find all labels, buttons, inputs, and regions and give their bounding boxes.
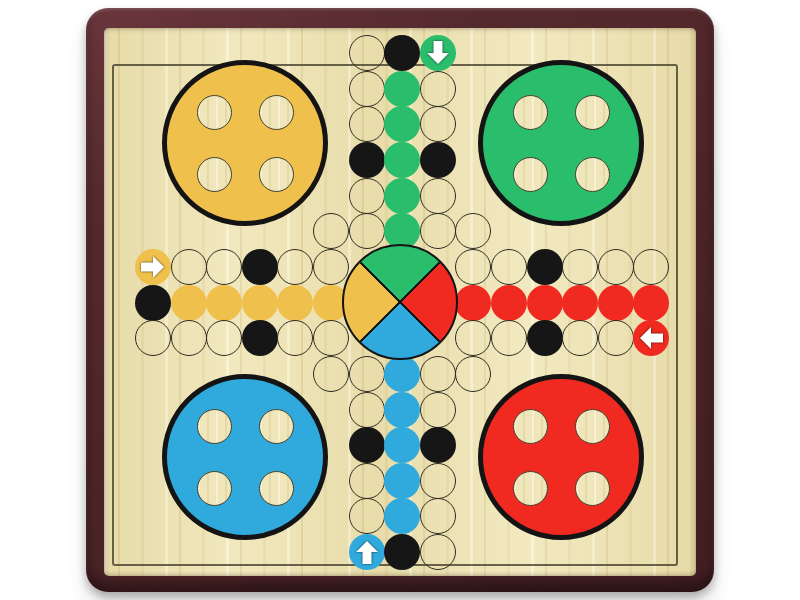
red-piece-c13-r8[interactable] bbox=[562, 285, 598, 321]
empty-cell-c9-r13[interactable] bbox=[420, 463, 456, 499]
empty-cell-c13-r7[interactable] bbox=[562, 249, 598, 285]
start-arrow-cell-c7-r15[interactable] bbox=[349, 534, 385, 570]
blue-home-slot[interactable] bbox=[259, 471, 294, 506]
blue-piece-c8-r13[interactable] bbox=[384, 463, 420, 499]
arrow-shape bbox=[356, 541, 378, 564]
yellow-home-slot[interactable] bbox=[259, 157, 294, 192]
empty-cell-c9-r5[interactable] bbox=[420, 178, 456, 214]
red-home-slot[interactable] bbox=[513, 471, 548, 506]
center-divider-x-icon bbox=[344, 246, 456, 358]
red-piece-c11-r8[interactable] bbox=[491, 285, 527, 321]
empty-cell-c9-r15[interactable] bbox=[420, 534, 456, 570]
empty-cell-c3-r7[interactable] bbox=[206, 249, 242, 285]
empty-cell-c11-r7[interactable] bbox=[491, 249, 527, 285]
empty-cell-c7-r13[interactable] bbox=[349, 463, 385, 499]
empty-cell-c9-r11[interactable] bbox=[420, 392, 456, 428]
empty-cell-c7-r5[interactable] bbox=[349, 178, 385, 214]
right-arrow-icon bbox=[135, 249, 171, 285]
arrow-shape bbox=[640, 327, 663, 349]
blue-piece-c8-r10[interactable] bbox=[384, 356, 420, 392]
black-piece-c4-r9[interactable] bbox=[242, 320, 278, 356]
empty-cell-c9-r6[interactable] bbox=[420, 213, 456, 249]
red-home-slot[interactable] bbox=[575, 471, 610, 506]
green-home-slot[interactable] bbox=[575, 95, 610, 130]
center-home-circle bbox=[342, 244, 458, 360]
blue-piece-c8-r11[interactable] bbox=[384, 392, 420, 428]
green-home-slot[interactable] bbox=[575, 157, 610, 192]
arrow-shape bbox=[427, 42, 449, 65]
empty-cell-c6-r7[interactable] bbox=[313, 249, 349, 285]
empty-cell-c10-r10[interactable] bbox=[455, 356, 491, 392]
empty-cell-c7-r1[interactable] bbox=[349, 35, 385, 71]
left-arrow-icon bbox=[633, 320, 669, 356]
up-arrow-icon bbox=[349, 534, 385, 570]
empty-cell-c7-r3[interactable] bbox=[349, 106, 385, 142]
red-home-slot[interactable] bbox=[575, 409, 610, 444]
green-home-base[interactable] bbox=[478, 60, 644, 226]
start-arrow-cell-c1-r7[interactable] bbox=[135, 249, 171, 285]
blue-home-slot[interactable] bbox=[197, 471, 232, 506]
empty-cell-c7-r14[interactable] bbox=[349, 498, 385, 534]
black-piece-c4-r7[interactable] bbox=[242, 249, 278, 285]
red-piece-c12-r8[interactable] bbox=[527, 285, 563, 321]
red-home-slot[interactable] bbox=[513, 409, 548, 444]
empty-cell-c14-r9[interactable] bbox=[598, 320, 634, 356]
empty-cell-c9-r2[interactable] bbox=[420, 71, 456, 107]
empty-cell-c9-r14[interactable] bbox=[420, 498, 456, 534]
green-home-slot[interactable] bbox=[513, 157, 548, 192]
empty-cell-c1-r9[interactable] bbox=[135, 320, 171, 356]
black-piece-c9-r12[interactable] bbox=[420, 427, 456, 463]
green-piece-c8-r4[interactable] bbox=[384, 142, 420, 178]
green-piece-c8-r2[interactable] bbox=[384, 71, 420, 107]
start-arrow-cell-c9-r1[interactable] bbox=[420, 35, 456, 71]
down-arrow-icon bbox=[420, 35, 456, 71]
empty-cell-c7-r10[interactable] bbox=[349, 356, 385, 392]
red-home-base[interactable] bbox=[478, 374, 644, 540]
green-piece-c8-r5[interactable] bbox=[384, 178, 420, 214]
black-piece-c9-r4[interactable] bbox=[420, 142, 456, 178]
black-piece-c12-r7[interactable] bbox=[527, 249, 563, 285]
yellow-piece-c3-r8[interactable] bbox=[206, 285, 242, 321]
empty-cell-c11-r9[interactable] bbox=[491, 320, 527, 356]
yellow-piece-c2-r8[interactable] bbox=[171, 285, 207, 321]
blue-home-slot[interactable] bbox=[259, 409, 294, 444]
empty-cell-c2-r7[interactable] bbox=[171, 249, 207, 285]
yellow-home-slot[interactable] bbox=[197, 157, 232, 192]
empty-cell-c2-r9[interactable] bbox=[171, 320, 207, 356]
red-piece-c10-r8[interactable] bbox=[455, 285, 491, 321]
yellow-piece-c4-r8[interactable] bbox=[242, 285, 278, 321]
black-piece-c7-r12[interactable] bbox=[349, 427, 385, 463]
empty-cell-c7-r2[interactable] bbox=[349, 71, 385, 107]
empty-cell-c7-r6[interactable] bbox=[349, 213, 385, 249]
black-piece-c1-r8[interactable] bbox=[135, 285, 171, 321]
green-home-slot[interactable] bbox=[513, 95, 548, 130]
empty-cell-c9-r3[interactable] bbox=[420, 106, 456, 142]
empty-cell-c14-r7[interactable] bbox=[598, 249, 634, 285]
red-piece-c14-r8[interactable] bbox=[598, 285, 634, 321]
empty-cell-c9-r10[interactable] bbox=[420, 356, 456, 392]
blue-home-base[interactable] bbox=[162, 374, 328, 540]
blue-home-slot[interactable] bbox=[197, 409, 232, 444]
empty-cell-c6-r6[interactable] bbox=[313, 213, 349, 249]
arrow-shape bbox=[142, 256, 165, 278]
red-piece-c15-r8[interactable] bbox=[633, 285, 669, 321]
black-piece-c7-r4[interactable] bbox=[349, 142, 385, 178]
black-piece-c12-r9[interactable] bbox=[527, 320, 563, 356]
ludo-board-photo bbox=[0, 0, 800, 600]
yellow-home-slot[interactable] bbox=[259, 95, 294, 130]
empty-cell-c7-r11[interactable] bbox=[349, 392, 385, 428]
yellow-home-slot[interactable] bbox=[197, 95, 232, 130]
empty-cell-c6-r9[interactable] bbox=[313, 320, 349, 356]
start-arrow-cell-c15-r9[interactable] bbox=[633, 320, 669, 356]
yellow-home-base[interactable] bbox=[162, 60, 328, 226]
black-piece-c8-r1[interactable] bbox=[384, 35, 420, 71]
empty-cell-c6-r10[interactable] bbox=[313, 356, 349, 392]
yellow-piece-c5-r8[interactable] bbox=[277, 285, 313, 321]
